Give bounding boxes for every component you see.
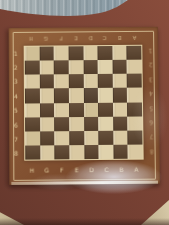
file-labels-bottom: HGFEDCBA: [24, 164, 144, 176]
square-a1: [127, 46, 142, 60]
file-label-bottom-c: C: [99, 164, 114, 175]
rank-labels-right: 12345678: [144, 45, 157, 160]
file-label-top-f: F: [54, 34, 67, 44]
file-label-bottom-b: B: [114, 164, 129, 175]
file-label-top-g: G: [39, 34, 52, 44]
rank-label-right-8: 8: [145, 145, 157, 160]
rank-label-left-6: 6: [10, 117, 22, 132]
file-label-bottom-d: D: [84, 164, 99, 175]
square-e4: [69, 88, 84, 102]
square-h5: [25, 103, 40, 117]
bottom-shadow: [0, 218, 169, 225]
square-e2: [69, 60, 84, 74]
rank-label-right-3: 3: [145, 73, 157, 87]
square-b7: [113, 130, 128, 144]
rank-label-right-2: 2: [144, 59, 156, 73]
square-h7: [25, 131, 40, 145]
square-f1: [54, 46, 69, 60]
square-g4: [40, 89, 55, 103]
square-f7: [54, 131, 69, 145]
square-b3: [112, 74, 127, 88]
square-d6: [84, 117, 99, 131]
square-a8: [128, 144, 143, 158]
square-a4: [127, 88, 142, 102]
square-g7: [40, 131, 55, 145]
rank-label-left-4: 4: [10, 89, 22, 103]
file-label-top-h: H: [24, 34, 37, 44]
rank-label-left-8: 8: [10, 146, 22, 161]
board-grid: [24, 45, 144, 161]
square-e5: [69, 103, 84, 117]
square-a7: [128, 130, 143, 144]
square-b2: [112, 60, 127, 74]
photo-layer: HGFEDCBA HGFEDCBA 12345678 12345678: [0, 0, 169, 225]
rank-label-left-2: 2: [10, 60, 22, 74]
square-f4: [54, 89, 69, 103]
square-g8: [40, 145, 55, 159]
square-e8: [69, 145, 84, 159]
rank-label-right-4: 4: [145, 88, 157, 102]
square-h4: [25, 89, 40, 103]
square-d7: [84, 131, 99, 145]
square-d3: [83, 74, 98, 88]
file-label-bottom-a: A: [129, 164, 144, 175]
square-g2: [39, 61, 54, 75]
square-h6: [25, 117, 40, 131]
square-d5: [83, 102, 98, 116]
rank-label-left-5: 5: [10, 103, 22, 117]
file-label-bottom-f: F: [54, 164, 69, 175]
rank-label-right-6: 6: [145, 116, 157, 131]
rank-labels-left: 12345678: [10, 46, 23, 161]
square-b1: [112, 46, 127, 60]
square-a3: [127, 74, 142, 88]
square-c7: [98, 131, 113, 145]
rank-label-right-7: 7: [145, 131, 157, 146]
square-c8: [99, 145, 114, 159]
square-e1: [68, 46, 83, 60]
square-f5: [54, 103, 69, 117]
square-c2: [98, 60, 113, 74]
square-d2: [83, 60, 98, 74]
file-label-top-e: E: [69, 34, 82, 44]
square-e3: [69, 74, 84, 88]
square-d1: [83, 46, 98, 60]
file-label-bottom-g: G: [39, 164, 54, 175]
rank-label-right-5: 5: [145, 102, 157, 116]
square-c5: [98, 102, 113, 116]
square-b6: [113, 116, 128, 130]
photo-scene: HGFEDCBA HGFEDCBA 12345678 12345678: [0, 0, 169, 225]
square-g3: [39, 75, 54, 89]
file-label-top-a: A: [128, 33, 141, 43]
rank-label-right-1: 1: [144, 45, 156, 59]
square-h1: [25, 47, 40, 61]
file-label-top-d: D: [84, 34, 97, 44]
square-c3: [98, 74, 113, 88]
square-d4: [83, 88, 98, 102]
square-a2: [127, 60, 142, 74]
square-e7: [69, 131, 84, 145]
square-e6: [69, 117, 84, 131]
square-f6: [54, 117, 69, 131]
square-g1: [39, 47, 54, 61]
square-g5: [40, 103, 55, 117]
square-a5: [127, 102, 142, 116]
square-g6: [40, 117, 55, 131]
file-label-bottom-h: H: [24, 165, 39, 176]
square-f3: [54, 74, 69, 88]
square-d8: [84, 145, 99, 159]
square-c6: [98, 116, 113, 130]
file-label-bottom-e: E: [69, 164, 84, 175]
square-b4: [113, 88, 128, 102]
square-h2: [25, 61, 40, 75]
file-labels-top: HGFEDCBA: [24, 33, 143, 45]
rank-label-left-1: 1: [10, 46, 22, 60]
square-f2: [54, 60, 69, 74]
square-b5: [113, 102, 128, 116]
square-f8: [55, 145, 70, 159]
file-label-top-b: B: [113, 34, 126, 44]
square-h3: [25, 75, 40, 89]
square-c4: [98, 88, 113, 102]
rank-label-left-3: 3: [10, 74, 22, 88]
file-label-top-c: C: [98, 34, 111, 44]
square-a6: [127, 116, 142, 130]
square-h8: [25, 145, 40, 159]
rank-label-left-7: 7: [10, 132, 22, 147]
square-c1: [98, 46, 113, 60]
square-b8: [113, 145, 128, 159]
chess-board: HGFEDCBA HGFEDCBA 12345678 12345678: [9, 27, 160, 185]
